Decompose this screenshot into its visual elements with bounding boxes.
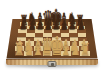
black-knight: ♞ bbox=[27, 11, 37, 27]
black-pawn: ♟ bbox=[36, 18, 44, 31]
white-pawn: ♟ bbox=[71, 38, 80, 53]
black-knight: ♞ bbox=[67, 11, 77, 27]
white-pawn: ♟ bbox=[80, 38, 89, 53]
white-pawn: ♟ bbox=[52, 38, 61, 53]
black-pawn: ♟ bbox=[77, 18, 85, 31]
black-pawn: ♟ bbox=[28, 18, 36, 31]
white-knight: ♞ bbox=[23, 39, 34, 58]
black-bishop: ♝ bbox=[59, 11, 69, 28]
white-king: ♚ bbox=[49, 33, 64, 59]
black-rook: ♜ bbox=[20, 13, 29, 27]
black-bishop: ♝ bbox=[35, 11, 45, 28]
white-knight: ♞ bbox=[70, 39, 81, 58]
black-queen: ♛ bbox=[42, 8, 54, 28]
white-queen: ♛ bbox=[40, 35, 54, 59]
white-pawn: ♟ bbox=[16, 38, 25, 53]
white-bishop: ♝ bbox=[32, 38, 44, 58]
white-pawn: ♟ bbox=[43, 38, 52, 53]
white-rook: ♜ bbox=[14, 41, 24, 58]
white-rook: ♜ bbox=[80, 41, 90, 58]
chess-set-photo: ♜♞♝♛♚♝♞♜♟♟♟♟♟♟♟♟♟♟♟♟♟♟♟♟♜♞♝♛♚♝♞♜ bbox=[0, 0, 105, 75]
black-pawn: ♟ bbox=[44, 18, 52, 31]
black-pawn: ♟ bbox=[19, 18, 27, 31]
white-pawn: ♟ bbox=[25, 38, 34, 53]
black-pawn: ♟ bbox=[52, 18, 60, 31]
white-pawn: ♟ bbox=[61, 38, 70, 53]
black-pawn: ♟ bbox=[69, 18, 77, 31]
white-pawn: ♟ bbox=[34, 38, 43, 53]
pieces-layer: ♜♞♝♛♚♝♞♜♟♟♟♟♟♟♟♟♟♟♟♟♟♟♟♟♜♞♝♛♚♝♞♜ bbox=[0, 0, 105, 75]
black-pawn: ♟ bbox=[60, 18, 68, 31]
black-king: ♚ bbox=[49, 6, 62, 28]
white-bishop: ♝ bbox=[60, 38, 72, 58]
black-rook: ♜ bbox=[76, 13, 85, 27]
